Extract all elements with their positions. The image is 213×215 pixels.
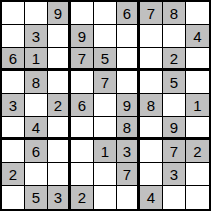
cell-r1c2[interactable] (25, 2, 48, 25)
cell-r1c5[interactable] (94, 2, 117, 25)
cell-r5c4[interactable]: 6 (71, 94, 94, 117)
cell-r7c1[interactable] (2, 140, 25, 163)
cell-r6c5[interactable] (94, 117, 117, 140)
cell-r9c1[interactable] (2, 186, 25, 209)
cell-r1c9[interactable] (186, 2, 209, 25)
cell-r1c8[interactable]: 8 (163, 2, 186, 25)
cell-r8c7[interactable] (140, 163, 163, 186)
cell-r1c3[interactable]: 9 (48, 2, 71, 25)
cell-r4c1[interactable] (2, 71, 25, 94)
cell-r4c9[interactable] (186, 71, 209, 94)
cell-r5c7[interactable]: 8 (140, 94, 163, 117)
cell-r3c5[interactable]: 5 (94, 48, 117, 71)
cell-r7c5[interactable]: 1 (94, 140, 117, 163)
cell-r6c7[interactable] (140, 117, 163, 140)
cell-r1c1[interactable] (2, 2, 25, 25)
cell-r6c1[interactable] (2, 117, 25, 140)
cell-r2c8[interactable] (163, 25, 186, 48)
cell-r9c3[interactable]: 3 (48, 186, 71, 209)
cell-r1c6[interactable]: 6 (117, 2, 140, 25)
cell-r5c9[interactable]: 1 (186, 94, 209, 117)
cell-r4c3[interactable] (48, 71, 71, 94)
cell-r5c6[interactable]: 9 (117, 94, 140, 117)
cell-r9c7[interactable]: 4 (140, 186, 163, 209)
cell-r6c4[interactable] (71, 117, 94, 140)
cell-r3c1[interactable]: 6 (2, 48, 25, 71)
cell-r2c7[interactable] (140, 25, 163, 48)
cell-r4c6[interactable] (117, 71, 140, 94)
cell-r6c2[interactable]: 4 (25, 117, 48, 140)
sudoku-board: 967839461752875326981489613722735324 (0, 0, 211, 211)
cell-r3c3[interactable] (48, 48, 71, 71)
cell-r4c2[interactable]: 8 (25, 71, 48, 94)
cell-r5c2[interactable] (25, 94, 48, 117)
cell-r6c3[interactable] (48, 117, 71, 140)
cell-r3c6[interactable] (117, 48, 140, 71)
cell-r2c1[interactable] (2, 25, 25, 48)
cell-r8c3[interactable] (48, 163, 71, 186)
cell-r4c4[interactable] (71, 71, 94, 94)
cell-r5c5[interactable] (94, 94, 117, 117)
cell-r3c2[interactable]: 1 (25, 48, 48, 71)
cell-r8c2[interactable] (25, 163, 48, 186)
cell-r3c4[interactable]: 7 (71, 48, 94, 71)
cell-r9c8[interactable] (163, 186, 186, 209)
cell-r8c9[interactable] (186, 163, 209, 186)
cell-r2c9[interactable]: 4 (186, 25, 209, 48)
cell-r2c4[interactable]: 9 (71, 25, 94, 48)
cell-r5c1[interactable]: 3 (2, 94, 25, 117)
cell-r3c9[interactable] (186, 48, 209, 71)
cell-r8c4[interactable] (71, 163, 94, 186)
cell-r9c6[interactable] (117, 186, 140, 209)
cell-r1c7[interactable]: 7 (140, 2, 163, 25)
cell-r9c5[interactable] (94, 186, 117, 209)
cell-r9c4[interactable]: 2 (71, 186, 94, 209)
cell-r7c2[interactable]: 6 (25, 140, 48, 163)
cell-r4c8[interactable]: 5 (163, 71, 186, 94)
cell-r3c7[interactable] (140, 48, 163, 71)
cell-r9c2[interactable]: 5 (25, 186, 48, 209)
sudoku-page: 967839461752875326981489613722735324 (0, 0, 213, 215)
cell-r6c8[interactable]: 9 (163, 117, 186, 140)
cell-r6c6[interactable]: 8 (117, 117, 140, 140)
cell-r8c8[interactable]: 3 (163, 163, 186, 186)
cell-r4c5[interactable]: 7 (94, 71, 117, 94)
cell-r2c5[interactable] (94, 25, 117, 48)
cell-r4c7[interactable] (140, 71, 163, 94)
cell-r6c9[interactable] (186, 117, 209, 140)
cell-r7c4[interactable] (71, 140, 94, 163)
cell-r9c9[interactable] (186, 186, 209, 209)
cell-r3c8[interactable]: 2 (163, 48, 186, 71)
cell-r8c6[interactable]: 7 (117, 163, 140, 186)
cell-r5c3[interactable]: 2 (48, 94, 71, 117)
cell-r7c6[interactable]: 3 (117, 140, 140, 163)
cell-r7c3[interactable] (48, 140, 71, 163)
cell-r1c4[interactable] (71, 2, 94, 25)
cell-r8c1[interactable]: 2 (2, 163, 25, 186)
cell-r8c5[interactable] (94, 163, 117, 186)
cell-r7c7[interactable] (140, 140, 163, 163)
cell-r2c3[interactable] (48, 25, 71, 48)
cell-r2c6[interactable] (117, 25, 140, 48)
cell-r2c2[interactable]: 3 (25, 25, 48, 48)
cell-r7c8[interactable]: 7 (163, 140, 186, 163)
cell-r5c8[interactable] (163, 94, 186, 117)
cell-r7c9[interactable]: 2 (186, 140, 209, 163)
